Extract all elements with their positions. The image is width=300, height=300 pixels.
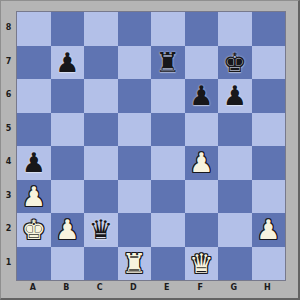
square-a5[interactable] <box>17 113 51 147</box>
piece-black-pawn-b7[interactable]: ♟ <box>51 46 85 80</box>
square-h7[interactable] <box>252 46 286 80</box>
piece-white-pawn-f4[interactable]: ♟ <box>185 146 219 180</box>
rank-label-4: 4 <box>1 145 16 179</box>
square-c8[interactable] <box>84 12 118 46</box>
rank-label-7: 7 <box>1 45 16 79</box>
square-h4[interactable] <box>252 146 286 180</box>
square-f7[interactable] <box>185 46 219 80</box>
square-g3[interactable] <box>218 180 252 214</box>
rank-label-5: 5 <box>1 112 16 146</box>
square-c3[interactable] <box>84 180 118 214</box>
chess-board[interactable]: ♟♜♚♟♟♟♟♟♚♟♛♟♜♛ <box>16 11 286 281</box>
square-d3[interactable] <box>118 180 152 214</box>
square-b2[interactable]: ♟ <box>51 213 85 247</box>
piece-black-pawn-a4[interactable]: ♟ <box>17 146 51 180</box>
square-f6[interactable]: ♟ <box>185 79 219 113</box>
square-c7[interactable] <box>84 46 118 80</box>
square-d4[interactable] <box>118 146 152 180</box>
square-b3[interactable] <box>51 180 85 214</box>
square-h1[interactable] <box>252 247 286 281</box>
square-f8[interactable] <box>185 12 219 46</box>
square-c1[interactable] <box>84 247 118 281</box>
square-h6[interactable] <box>252 79 286 113</box>
square-g4[interactable] <box>218 146 252 180</box>
file-label-d: D <box>117 281 151 296</box>
square-d8[interactable] <box>118 12 152 46</box>
square-g5[interactable] <box>218 113 252 147</box>
square-g7[interactable]: ♚ <box>218 46 252 80</box>
square-a6[interactable] <box>17 79 51 113</box>
square-c6[interactable] <box>84 79 118 113</box>
piece-black-queen-c2[interactable]: ♛ <box>84 213 118 247</box>
square-a1[interactable] <box>17 247 51 281</box>
rank-label-8: 8 <box>1 11 16 45</box>
square-h5[interactable] <box>252 113 286 147</box>
square-b8[interactable] <box>51 12 85 46</box>
square-e1[interactable] <box>151 247 185 281</box>
square-h3[interactable] <box>252 180 286 214</box>
piece-white-queen-f1[interactable]: ♛ <box>185 247 219 281</box>
square-e7[interactable]: ♜ <box>151 46 185 80</box>
square-f1[interactable]: ♛ <box>185 247 219 281</box>
rank-label-1: 1 <box>1 246 16 280</box>
piece-black-pawn-f6[interactable]: ♟ <box>185 79 219 113</box>
square-b4[interactable] <box>51 146 85 180</box>
piece-white-rook-d1[interactable]: ♜ <box>118 247 152 281</box>
square-a2[interactable]: ♚ <box>17 213 51 247</box>
file-labels: ABCDEFGH <box>16 281 284 296</box>
square-d7[interactable] <box>118 46 152 80</box>
piece-white-king-a2[interactable]: ♚ <box>17 213 51 247</box>
piece-black-pawn-g6[interactable]: ♟ <box>218 79 252 113</box>
square-d6[interactable] <box>118 79 152 113</box>
square-c2[interactable]: ♛ <box>84 213 118 247</box>
rank-label-2: 2 <box>1 212 16 246</box>
square-e4[interactable] <box>151 146 185 180</box>
square-e3[interactable] <box>151 180 185 214</box>
rank-label-3: 3 <box>1 179 16 213</box>
square-g2[interactable] <box>218 213 252 247</box>
square-e6[interactable] <box>151 79 185 113</box>
square-g8[interactable] <box>218 12 252 46</box>
rank-labels: 87654321 <box>1 11 16 279</box>
square-e8[interactable] <box>151 12 185 46</box>
square-f4[interactable]: ♟ <box>185 146 219 180</box>
piece-white-pawn-b2[interactable]: ♟ <box>51 213 85 247</box>
square-b6[interactable] <box>51 79 85 113</box>
square-a4[interactable]: ♟ <box>17 146 51 180</box>
square-h2[interactable]: ♟ <box>252 213 286 247</box>
file-label-e: E <box>150 281 184 296</box>
file-label-f: F <box>184 281 218 296</box>
rank-label-6: 6 <box>1 78 16 112</box>
square-b1[interactable] <box>51 247 85 281</box>
square-d2[interactable] <box>118 213 152 247</box>
square-b7[interactable]: ♟ <box>51 46 85 80</box>
file-label-g: G <box>217 281 251 296</box>
square-h8[interactable] <box>252 12 286 46</box>
square-a8[interactable] <box>17 12 51 46</box>
square-g1[interactable] <box>218 247 252 281</box>
piece-white-pawn-a3[interactable]: ♟ <box>17 180 51 214</box>
square-f3[interactable] <box>185 180 219 214</box>
square-a7[interactable] <box>17 46 51 80</box>
square-e5[interactable] <box>151 113 185 147</box>
chess-diagram-frame: 87654321 ♟♜♚♟♟♟♟♟♚♟♛♟♜♛ ABCDEFGH <box>0 0 300 300</box>
square-f2[interactable] <box>185 213 219 247</box>
file-label-c: C <box>83 281 117 296</box>
square-d5[interactable] <box>118 113 152 147</box>
piece-black-king-g7[interactable]: ♚ <box>218 46 252 80</box>
piece-white-pawn-h2[interactable]: ♟ <box>252 213 286 247</box>
square-c5[interactable] <box>84 113 118 147</box>
file-label-h: H <box>251 281 285 296</box>
square-d1[interactable]: ♜ <box>118 247 152 281</box>
square-b5[interactable] <box>51 113 85 147</box>
square-g6[interactable]: ♟ <box>218 79 252 113</box>
square-a3[interactable]: ♟ <box>17 180 51 214</box>
piece-black-rook-e7[interactable]: ♜ <box>151 46 185 80</box>
file-label-a: A <box>16 281 50 296</box>
square-f5[interactable] <box>185 113 219 147</box>
file-label-b: B <box>50 281 84 296</box>
square-c4[interactable] <box>84 146 118 180</box>
square-e2[interactable] <box>151 213 185 247</box>
